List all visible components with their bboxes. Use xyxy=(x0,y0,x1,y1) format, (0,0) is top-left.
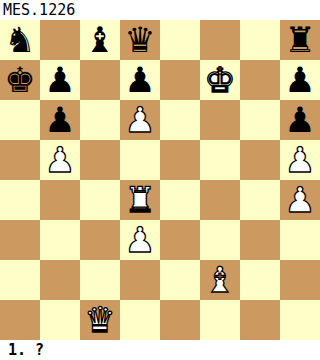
piece-white-pawn-h4[interactable]: ♟ xyxy=(284,180,315,220)
piece-white-bishop-f2[interactable]: ♝ xyxy=(204,260,235,300)
square-a6[interactable] xyxy=(0,100,40,140)
square-c2[interactable] xyxy=(80,260,120,300)
piece-black-pawn-b6[interactable]: ♟ xyxy=(44,100,75,140)
square-c6[interactable] xyxy=(80,100,120,140)
square-h6[interactable]: ♟ xyxy=(280,100,320,140)
square-b8[interactable] xyxy=(40,20,80,60)
square-g7[interactable] xyxy=(240,60,280,100)
diagram-footer: 1. ? xyxy=(0,340,320,360)
square-g2[interactable] xyxy=(240,260,280,300)
square-h7[interactable]: ♟ xyxy=(280,60,320,100)
square-b7[interactable]: ♟ xyxy=(40,60,80,100)
square-g5[interactable] xyxy=(240,140,280,180)
square-h3[interactable] xyxy=(280,220,320,260)
chess-board: ♞♝♛♜♚♟♟♚♟♟♟♟♟♟♜♟♟♝♛ xyxy=(0,20,320,340)
piece-black-king-a7[interactable]: ♚ xyxy=(4,60,35,100)
square-a7[interactable]: ♚ xyxy=(0,60,40,100)
piece-white-king-f7[interactable]: ♚ xyxy=(204,60,235,100)
square-d3[interactable]: ♟ xyxy=(120,220,160,260)
square-b1[interactable] xyxy=(40,300,80,340)
square-f8[interactable] xyxy=(200,20,240,60)
square-h4[interactable]: ♟ xyxy=(280,180,320,220)
square-c8[interactable]: ♝ xyxy=(80,20,120,60)
piece-black-pawn-h6[interactable]: ♟ xyxy=(284,100,315,140)
square-g1[interactable] xyxy=(240,300,280,340)
square-a1[interactable] xyxy=(0,300,40,340)
square-g4[interactable] xyxy=(240,180,280,220)
piece-black-rook-h8[interactable]: ♜ xyxy=(284,20,315,60)
square-b6[interactable]: ♟ xyxy=(40,100,80,140)
square-e4[interactable] xyxy=(160,180,200,220)
diagram-header: MES.1226 xyxy=(0,0,320,20)
puzzle-id-label: MES.1226 xyxy=(0,0,75,20)
piece-white-rook-d4[interactable]: ♜ xyxy=(124,180,155,220)
square-f6[interactable] xyxy=(200,100,240,140)
square-a2[interactable] xyxy=(0,260,40,300)
square-f2[interactable]: ♝ xyxy=(200,260,240,300)
square-b5[interactable]: ♟ xyxy=(40,140,80,180)
square-a3[interactable] xyxy=(0,220,40,260)
square-c4[interactable] xyxy=(80,180,120,220)
square-f5[interactable] xyxy=(200,140,240,180)
square-c5[interactable] xyxy=(80,140,120,180)
piece-white-pawn-h5[interactable]: ♟ xyxy=(284,140,315,180)
piece-black-pawn-h7[interactable]: ♟ xyxy=(284,60,315,100)
square-e6[interactable] xyxy=(160,100,200,140)
square-d4[interactable]: ♜ xyxy=(120,180,160,220)
square-c7[interactable] xyxy=(80,60,120,100)
square-d6[interactable]: ♟ xyxy=(120,100,160,140)
square-d1[interactable] xyxy=(120,300,160,340)
square-g3[interactable] xyxy=(240,220,280,260)
square-f3[interactable] xyxy=(200,220,240,260)
square-d2[interactable] xyxy=(120,260,160,300)
square-a5[interactable] xyxy=(0,140,40,180)
move-prompt-label: 1. ? xyxy=(0,340,44,360)
square-e8[interactable] xyxy=(160,20,200,60)
square-c1[interactable]: ♛ xyxy=(80,300,120,340)
square-h8[interactable]: ♜ xyxy=(280,20,320,60)
square-b2[interactable] xyxy=(40,260,80,300)
square-b4[interactable] xyxy=(40,180,80,220)
piece-black-knight-a8[interactable]: ♞ xyxy=(4,20,35,60)
square-a8[interactable]: ♞ xyxy=(0,20,40,60)
piece-white-queen-c1[interactable]: ♛ xyxy=(84,300,115,340)
square-h5[interactable]: ♟ xyxy=(280,140,320,180)
square-e2[interactable] xyxy=(160,260,200,300)
square-g6[interactable] xyxy=(240,100,280,140)
piece-black-queen-d8[interactable]: ♛ xyxy=(124,20,155,60)
square-e1[interactable] xyxy=(160,300,200,340)
square-g8[interactable] xyxy=(240,20,280,60)
piece-white-pawn-b5[interactable]: ♟ xyxy=(44,140,75,180)
square-f7[interactable]: ♚ xyxy=(200,60,240,100)
square-f4[interactable] xyxy=(200,180,240,220)
square-a4[interactable] xyxy=(0,180,40,220)
piece-black-pawn-d7[interactable]: ♟ xyxy=(124,60,155,100)
square-h1[interactable] xyxy=(280,300,320,340)
square-c3[interactable] xyxy=(80,220,120,260)
square-e5[interactable] xyxy=(160,140,200,180)
piece-black-pawn-b7[interactable]: ♟ xyxy=(44,60,75,100)
square-e3[interactable] xyxy=(160,220,200,260)
square-f1[interactable] xyxy=(200,300,240,340)
square-d5[interactable] xyxy=(120,140,160,180)
piece-white-pawn-d3[interactable]: ♟ xyxy=(124,220,155,260)
square-b3[interactable] xyxy=(40,220,80,260)
square-d8[interactable]: ♛ xyxy=(120,20,160,60)
square-e7[interactable] xyxy=(160,60,200,100)
square-d7[interactable]: ♟ xyxy=(120,60,160,100)
piece-black-bishop-c8[interactable]: ♝ xyxy=(84,20,115,60)
piece-white-pawn-d6[interactable]: ♟ xyxy=(124,100,155,140)
square-h2[interactable] xyxy=(280,260,320,300)
